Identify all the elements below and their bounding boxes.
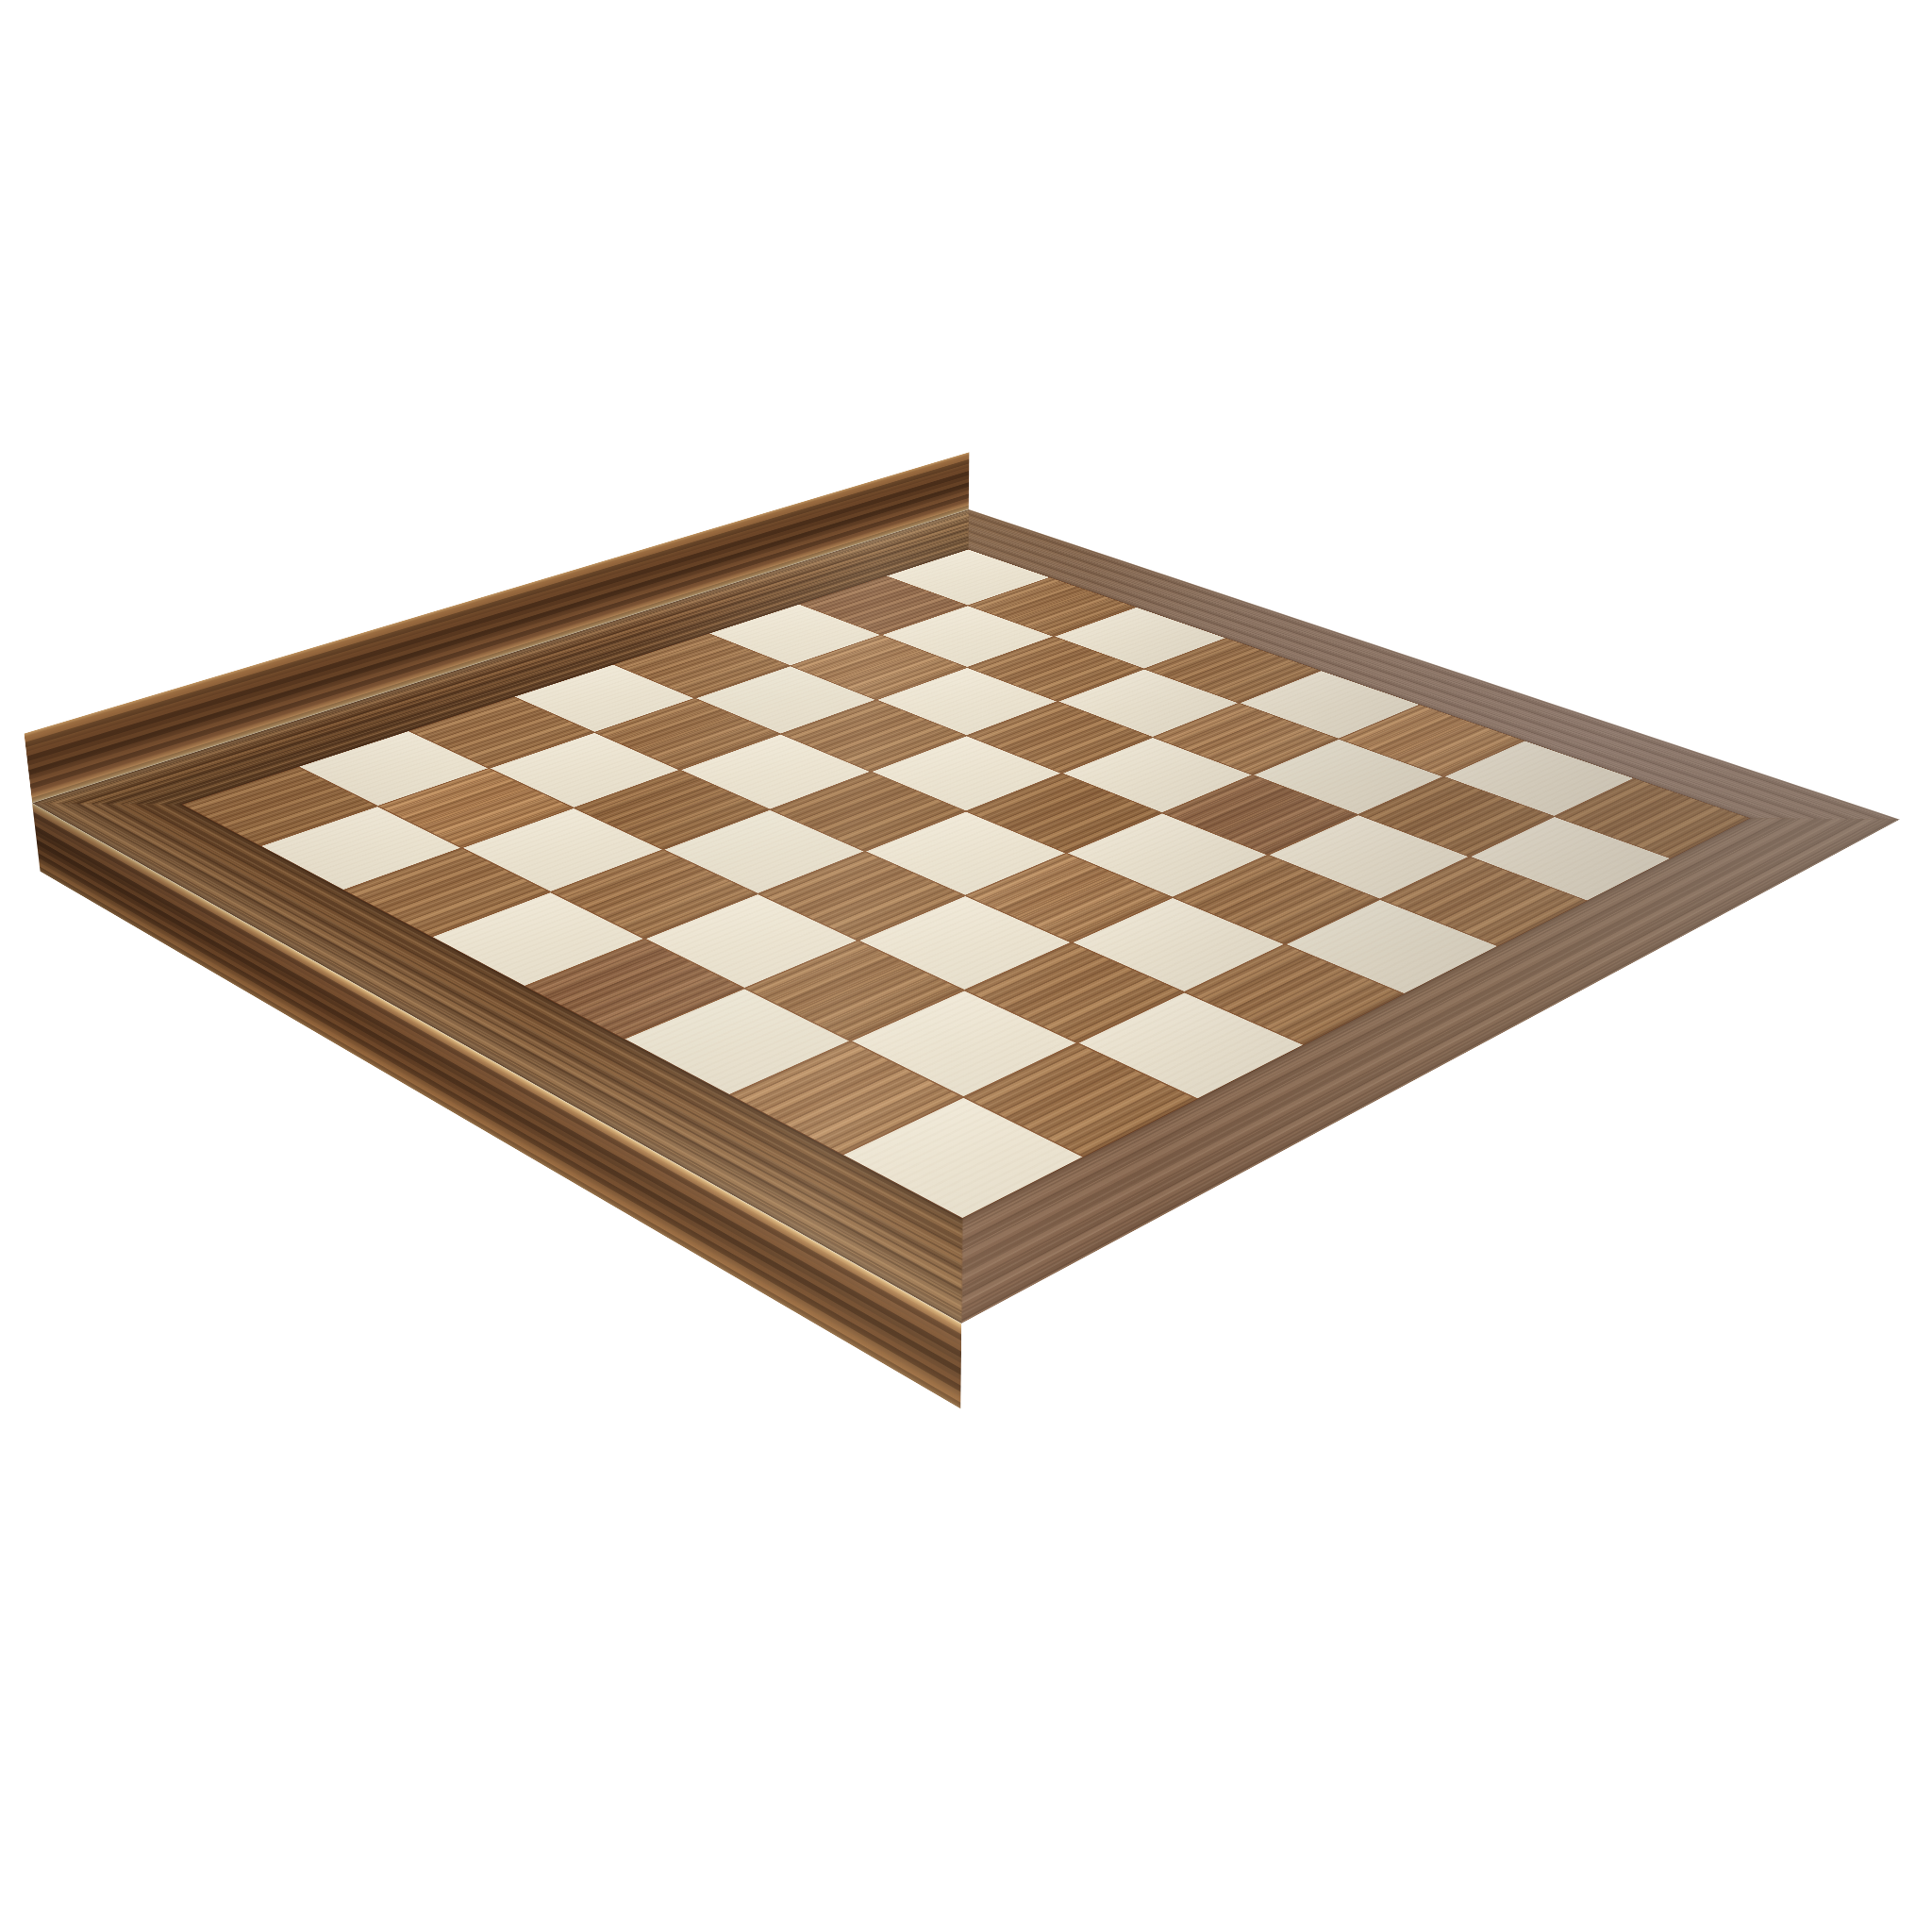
product-photo-background [0, 0, 1932, 1932]
chess-board [32, 509, 1900, 1324]
board-top-face [32, 509, 1900, 1324]
